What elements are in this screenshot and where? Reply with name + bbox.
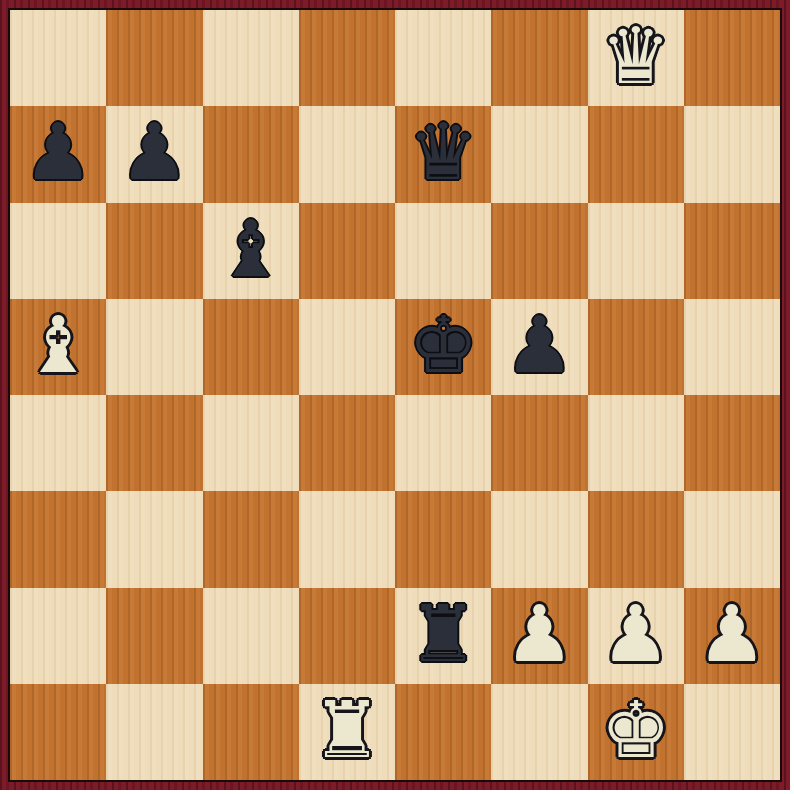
piece-black-king[interactable]: ♚ <box>408 306 478 384</box>
square-c5[interactable] <box>203 299 299 395</box>
square-c1[interactable] <box>203 684 299 780</box>
square-f4[interactable] <box>491 395 587 491</box>
square-f5[interactable]: ♟ <box>491 299 587 395</box>
square-a1[interactable] <box>10 684 106 780</box>
piece-white-pawn[interactable]: ♟ <box>601 595 671 673</box>
piece-black-rook[interactable]: ♜ <box>408 595 478 673</box>
square-e4[interactable] <box>395 395 491 491</box>
piece-black-pawn[interactable]: ♟ <box>504 306 574 384</box>
square-f8[interactable] <box>491 10 587 106</box>
square-g4[interactable] <box>588 395 684 491</box>
square-b7[interactable]: ♟ <box>106 106 202 202</box>
square-e1[interactable] <box>395 684 491 780</box>
square-a6[interactable] <box>10 203 106 299</box>
square-d1[interactable]: ♜ <box>299 684 395 780</box>
square-f1[interactable] <box>491 684 587 780</box>
square-g5[interactable] <box>588 299 684 395</box>
square-a5[interactable]: ♝ <box>10 299 106 395</box>
square-h2[interactable]: ♟ <box>684 588 780 684</box>
square-d5[interactable] <box>299 299 395 395</box>
square-e5[interactable]: ♚ <box>395 299 491 395</box>
square-b3[interactable] <box>106 491 202 587</box>
square-b1[interactable] <box>106 684 202 780</box>
square-g1[interactable]: ♚ <box>588 684 684 780</box>
square-d7[interactable] <box>299 106 395 202</box>
square-f3[interactable] <box>491 491 587 587</box>
square-e2[interactable]: ♜ <box>395 588 491 684</box>
piece-black-pawn[interactable]: ♟ <box>23 113 93 191</box>
square-e7[interactable]: ♛ <box>395 106 491 202</box>
square-g7[interactable] <box>588 106 684 202</box>
square-f2[interactable]: ♟ <box>491 588 587 684</box>
square-d3[interactable] <box>299 491 395 587</box>
square-h6[interactable] <box>684 203 780 299</box>
board-frame: ♛♟♟♛♝♝♚♟♜♟♟♟♜♚ <box>0 0 790 790</box>
piece-white-queen[interactable]: ♛ <box>601 17 671 95</box>
chess-diagram-page: ♛♟♟♛♝♝♚♟♜♟♟♟♜♚ <box>0 0 794 794</box>
square-c7[interactable] <box>203 106 299 202</box>
square-b8[interactable] <box>106 10 202 106</box>
square-a8[interactable] <box>10 10 106 106</box>
square-h7[interactable] <box>684 106 780 202</box>
square-h8[interactable] <box>684 10 780 106</box>
square-g8[interactable]: ♛ <box>588 10 684 106</box>
square-b6[interactable] <box>106 203 202 299</box>
chess-board: ♛♟♟♛♝♝♚♟♜♟♟♟♜♚ <box>8 8 782 782</box>
piece-white-bishop[interactable]: ♝ <box>23 306 93 384</box>
piece-white-pawn[interactable]: ♟ <box>697 595 767 673</box>
square-a3[interactable] <box>10 491 106 587</box>
square-b5[interactable] <box>106 299 202 395</box>
square-f7[interactable] <box>491 106 587 202</box>
square-g6[interactable] <box>588 203 684 299</box>
square-b2[interactable] <box>106 588 202 684</box>
square-h5[interactable] <box>684 299 780 395</box>
square-h1[interactable] <box>684 684 780 780</box>
square-d2[interactable] <box>299 588 395 684</box>
piece-black-queen[interactable]: ♛ <box>408 113 478 191</box>
square-d6[interactable] <box>299 203 395 299</box>
square-a7[interactable]: ♟ <box>10 106 106 202</box>
square-a4[interactable] <box>10 395 106 491</box>
square-e3[interactable] <box>395 491 491 587</box>
square-f6[interactable] <box>491 203 587 299</box>
square-g3[interactable] <box>588 491 684 587</box>
square-e8[interactable] <box>395 10 491 106</box>
square-h4[interactable] <box>684 395 780 491</box>
square-c4[interactable] <box>203 395 299 491</box>
square-a2[interactable] <box>10 588 106 684</box>
square-h3[interactable] <box>684 491 780 587</box>
piece-black-bishop[interactable]: ♝ <box>216 210 286 288</box>
piece-white-rook[interactable]: ♜ <box>312 691 382 769</box>
square-b4[interactable] <box>106 395 202 491</box>
square-c6[interactable]: ♝ <box>203 203 299 299</box>
square-c2[interactable] <box>203 588 299 684</box>
square-e6[interactable] <box>395 203 491 299</box>
square-c3[interactable] <box>203 491 299 587</box>
square-d4[interactable] <box>299 395 395 491</box>
piece-black-pawn[interactable]: ♟ <box>119 113 189 191</box>
piece-white-king[interactable]: ♚ <box>601 691 671 769</box>
square-d8[interactable] <box>299 10 395 106</box>
piece-white-pawn[interactable]: ♟ <box>504 595 574 673</box>
square-c8[interactable] <box>203 10 299 106</box>
square-g2[interactable]: ♟ <box>588 588 684 684</box>
